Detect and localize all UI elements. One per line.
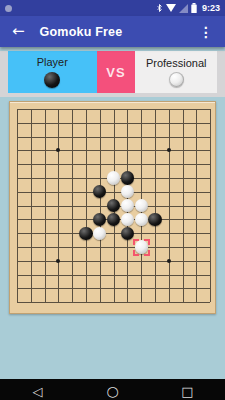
vs-panel: VS — [97, 51, 136, 93]
status-bar: 9:23 — [0, 0, 225, 16]
android-nav-bar: ◁ ○ □ — [0, 379, 225, 400]
grid-line — [17, 233, 210, 234]
app-title: Gomoku Free — [40, 25, 123, 39]
signal-icon — [179, 4, 188, 13]
content-area: Player VS Professional — [0, 51, 225, 379]
last-move-marker — [133, 239, 150, 256]
notification-area — [5, 5, 12, 12]
clock: 9:23 — [202, 3, 220, 13]
star-point — [56, 259, 60, 263]
black-stone — [121, 171, 134, 184]
white-stone — [121, 213, 134, 226]
white-stone — [121, 185, 134, 198]
app-bar: ← Gomoku Free ⋮ — [0, 16, 225, 47]
grid-line — [17, 247, 210, 248]
player-black-stone-icon — [44, 72, 60, 88]
board[interactable] — [9, 101, 216, 314]
grid-line — [210, 109, 211, 302]
nav-back-icon[interactable]: ◁ — [0, 379, 75, 400]
black-stone — [107, 199, 120, 212]
grid-line — [17, 261, 210, 262]
back-arrow-icon[interactable]: ← — [12, 24, 25, 39]
grid-line — [196, 109, 197, 302]
marker-corner — [133, 250, 139, 256]
grid-line — [17, 288, 210, 289]
notification-icon — [5, 5, 12, 12]
nav-home-icon[interactable]: ○ — [75, 379, 150, 400]
board-grid — [10, 102, 215, 313]
player-label: Player — [37, 56, 68, 69]
grid-line — [17, 275, 210, 276]
player-panel: Player — [8, 51, 97, 93]
white-stone — [121, 199, 134, 212]
grid-line — [17, 302, 210, 303]
white-stone — [135, 199, 148, 212]
star-point — [167, 148, 171, 152]
black-stone — [79, 227, 92, 240]
vs-label: VS — [106, 65, 125, 80]
opponent-label: Professional — [146, 57, 207, 70]
opponent-white-stone-icon — [169, 72, 184, 87]
players-banner: Player VS Professional — [8, 51, 217, 93]
battery-icon — [191, 3, 197, 13]
marker-corner — [144, 239, 150, 245]
marker-corner — [133, 239, 139, 245]
black-stone — [107, 213, 120, 226]
white-stone — [93, 227, 106, 240]
wifi-icon — [166, 4, 176, 12]
marker-corner — [144, 250, 150, 256]
opponent-panel: Professional — [135, 51, 217, 93]
star-point — [56, 148, 60, 152]
black-stone — [148, 213, 161, 226]
grid-line — [155, 109, 156, 302]
black-stone — [93, 185, 106, 198]
overflow-menu-icon[interactable]: ⋮ — [199, 25, 213, 39]
bluetooth-icon — [156, 3, 163, 13]
white-stone — [135, 213, 148, 226]
phone-screen: 9:23 ← Gomoku Free ⋮ Player VS Professio… — [0, 0, 225, 400]
white-stone — [107, 171, 120, 184]
grid-line — [169, 109, 170, 302]
star-point — [167, 259, 171, 263]
nav-recents-icon[interactable]: □ — [150, 379, 225, 400]
black-stone — [93, 213, 106, 226]
status-icons: 9:23 — [156, 3, 220, 13]
grid-line — [183, 109, 184, 302]
